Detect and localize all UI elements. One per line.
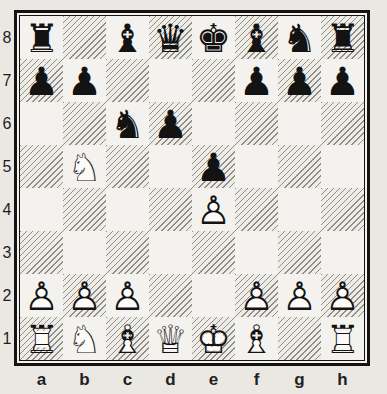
white-pawn-g2: ♟♙ bbox=[278, 274, 321, 317]
square-a7[interactable]: ♟ bbox=[20, 59, 63, 102]
piece-glyph: ♝ bbox=[106, 18, 149, 57]
piece-glyph: ♜ bbox=[20, 18, 63, 57]
piece-glyph: ♙ bbox=[106, 276, 149, 315]
square-h7[interactable]: ♟ bbox=[321, 59, 364, 102]
square-f8[interactable]: ♝ bbox=[235, 16, 278, 59]
rank-label-6: 6 bbox=[0, 102, 14, 145]
square-a2[interactable]: ♟♙ bbox=[20, 274, 63, 317]
square-f3[interactable] bbox=[235, 231, 278, 274]
square-a6[interactable] bbox=[20, 102, 63, 145]
piece-glyph: ♙ bbox=[278, 276, 321, 315]
square-e8[interactable]: ♚ bbox=[192, 16, 235, 59]
black-knight-c6: ♞ bbox=[106, 102, 149, 145]
white-pawn-a2: ♟♙ bbox=[20, 274, 63, 317]
piece-glyph: ♗ bbox=[235, 319, 278, 358]
square-b5[interactable]: ♞♘ bbox=[63, 145, 106, 188]
black-pawn-b7: ♟ bbox=[63, 59, 106, 102]
square-g2[interactable]: ♟♙ bbox=[278, 274, 321, 317]
square-b2[interactable]: ♟♙ bbox=[63, 274, 106, 317]
square-h2[interactable]: ♟♙ bbox=[321, 274, 364, 317]
piece-glyph: ♙ bbox=[235, 276, 278, 315]
square-b8[interactable] bbox=[63, 16, 106, 59]
white-pawn-c2: ♟♙ bbox=[106, 274, 149, 317]
piece-glyph: ♞ bbox=[278, 18, 321, 57]
square-d2[interactable] bbox=[149, 274, 192, 317]
black-knight-g8: ♞ bbox=[278, 16, 321, 59]
square-g3[interactable] bbox=[278, 231, 321, 274]
rank-label-5: 5 bbox=[0, 145, 14, 188]
square-d8[interactable]: ♛ bbox=[149, 16, 192, 59]
file-label-g: g bbox=[278, 369, 321, 391]
black-pawn-d6: ♟ bbox=[149, 102, 192, 145]
piece-glyph: ♖ bbox=[321, 319, 364, 358]
square-g8[interactable]: ♞ bbox=[278, 16, 321, 59]
square-e2[interactable] bbox=[192, 274, 235, 317]
square-c3[interactable] bbox=[106, 231, 149, 274]
square-f2[interactable]: ♟♙ bbox=[235, 274, 278, 317]
file-label-h: h bbox=[321, 369, 364, 391]
square-d3[interactable] bbox=[149, 231, 192, 274]
square-f7[interactable]: ♟ bbox=[235, 59, 278, 102]
square-f5[interactable] bbox=[235, 145, 278, 188]
rank-label-2: 2 bbox=[0, 274, 14, 317]
chess-diagram-page: 87654321 ♜♝♛♚♝♞♜♟♟♟♟♟♞♟♞♘♟♟♙♟♙♟♙♟♙♟♙♟♙♟♙… bbox=[0, 0, 387, 394]
square-h1[interactable]: ♜♖ bbox=[321, 317, 364, 360]
square-d4[interactable] bbox=[149, 188, 192, 231]
piece-glyph: ♙ bbox=[321, 276, 364, 315]
square-h5[interactable] bbox=[321, 145, 364, 188]
square-f4[interactable] bbox=[235, 188, 278, 231]
square-f1[interactable]: ♝♗ bbox=[235, 317, 278, 360]
piece-glyph: ♘ bbox=[63, 147, 106, 186]
square-c8[interactable]: ♝ bbox=[106, 16, 149, 59]
white-bishop-c1: ♝♗ bbox=[106, 317, 149, 360]
file-label-b: b bbox=[63, 369, 106, 391]
piece-glyph: ♜ bbox=[321, 18, 364, 57]
square-h3[interactable] bbox=[321, 231, 364, 274]
square-c1[interactable]: ♝♗ bbox=[106, 317, 149, 360]
piece-glyph: ♟ bbox=[321, 61, 364, 100]
square-h4[interactable] bbox=[321, 188, 364, 231]
white-pawn-f2: ♟♙ bbox=[235, 274, 278, 317]
square-d7[interactable] bbox=[149, 59, 192, 102]
board-inner: ♜♝♛♚♝♞♜♟♟♟♟♟♞♟♞♘♟♟♙♟♙♟♙♟♙♟♙♟♙♟♙♜♖♞♘♝♗♛♕♚… bbox=[19, 15, 365, 361]
piece-glyph: ♟ bbox=[20, 61, 63, 100]
square-a4[interactable] bbox=[20, 188, 63, 231]
square-b6[interactable] bbox=[63, 102, 106, 145]
square-g6[interactable] bbox=[278, 102, 321, 145]
rank-label-4: 4 bbox=[0, 188, 14, 231]
square-h8[interactable]: ♜ bbox=[321, 16, 364, 59]
square-c2[interactable]: ♟♙ bbox=[106, 274, 149, 317]
white-pawn-e4: ♟♙ bbox=[192, 188, 235, 231]
file-label-d: d bbox=[149, 369, 192, 391]
black-pawn-g7: ♟ bbox=[278, 59, 321, 102]
square-g7[interactable]: ♟ bbox=[278, 59, 321, 102]
square-e3[interactable] bbox=[192, 231, 235, 274]
square-e1[interactable]: ♚♔ bbox=[192, 317, 235, 360]
square-b4[interactable] bbox=[63, 188, 106, 231]
square-d1[interactable]: ♛♕ bbox=[149, 317, 192, 360]
rank-label-3: 3 bbox=[0, 231, 14, 274]
piece-glyph: ♟ bbox=[235, 61, 278, 100]
square-b3[interactable] bbox=[63, 231, 106, 274]
square-c4[interactable] bbox=[106, 188, 149, 231]
square-c6[interactable]: ♞ bbox=[106, 102, 149, 145]
board-grid: ♜♝♛♚♝♞♜♟♟♟♟♟♞♟♞♘♟♟♙♟♙♟♙♟♙♟♙♟♙♟♙♜♖♞♘♝♗♛♕♚… bbox=[20, 16, 364, 360]
square-a1[interactable]: ♜♖ bbox=[20, 317, 63, 360]
square-a5[interactable] bbox=[20, 145, 63, 188]
black-rook-h8: ♜ bbox=[321, 16, 364, 59]
piece-glyph: ♝ bbox=[235, 18, 278, 57]
square-b1[interactable]: ♞♘ bbox=[63, 317, 106, 360]
file-label-e: e bbox=[192, 369, 235, 391]
square-e5[interactable]: ♟ bbox=[192, 145, 235, 188]
square-f6[interactable] bbox=[235, 102, 278, 145]
piece-glyph: ♙ bbox=[20, 276, 63, 315]
black-queen-d8: ♛ bbox=[149, 16, 192, 59]
piece-glyph: ♟ bbox=[149, 104, 192, 143]
rank-labels: 87654321 bbox=[0, 16, 14, 360]
black-pawn-a7: ♟ bbox=[20, 59, 63, 102]
square-e4[interactable]: ♟♙ bbox=[192, 188, 235, 231]
piece-glyph: ♖ bbox=[20, 319, 63, 358]
piece-glyph: ♙ bbox=[192, 190, 235, 229]
white-rook-a1: ♜♖ bbox=[20, 317, 63, 360]
white-rook-h1: ♜♖ bbox=[321, 317, 364, 360]
black-bishop-f8: ♝ bbox=[235, 16, 278, 59]
square-b7[interactable]: ♟ bbox=[63, 59, 106, 102]
white-king-e1: ♚♔ bbox=[192, 317, 235, 360]
white-knight-b1: ♞♘ bbox=[63, 317, 106, 360]
square-g5[interactable] bbox=[278, 145, 321, 188]
black-pawn-h7: ♟ bbox=[321, 59, 364, 102]
board-frame: ♜♝♛♚♝♞♜♟♟♟♟♟♞♟♞♘♟♟♙♟♙♟♙♟♙♟♙♟♙♟♙♜♖♞♘♝♗♛♕♚… bbox=[14, 10, 370, 366]
piece-glyph: ♟ bbox=[63, 61, 106, 100]
white-knight-b5: ♞♘ bbox=[63, 145, 106, 188]
piece-glyph: ♟ bbox=[192, 147, 235, 186]
piece-glyph: ♞ bbox=[106, 104, 149, 143]
white-pawn-h2: ♟♙ bbox=[321, 274, 364, 317]
piece-glyph: ♘ bbox=[63, 319, 106, 358]
square-d5[interactable] bbox=[149, 145, 192, 188]
black-pawn-f7: ♟ bbox=[235, 59, 278, 102]
piece-glyph: ♔ bbox=[192, 319, 235, 358]
square-a3[interactable] bbox=[20, 231, 63, 274]
file-label-a: a bbox=[20, 369, 63, 391]
file-label-f: f bbox=[235, 369, 278, 391]
piece-glyph: ♗ bbox=[106, 319, 149, 358]
file-label-c: c bbox=[106, 369, 149, 391]
piece-glyph: ♛ bbox=[149, 18, 192, 57]
white-bishop-f1: ♝♗ bbox=[235, 317, 278, 360]
piece-glyph: ♚ bbox=[192, 18, 235, 57]
square-g4[interactable] bbox=[278, 188, 321, 231]
black-rook-a8: ♜ bbox=[20, 16, 63, 59]
black-bishop-c8: ♝ bbox=[106, 16, 149, 59]
piece-glyph: ♙ bbox=[63, 276, 106, 315]
square-d6[interactable]: ♟ bbox=[149, 102, 192, 145]
rank-label-7: 7 bbox=[0, 59, 14, 102]
file-labels: abcdefgh bbox=[20, 369, 364, 391]
square-a8[interactable]: ♜ bbox=[20, 16, 63, 59]
rank-label-1: 1 bbox=[0, 317, 14, 360]
piece-glyph: ♟ bbox=[278, 61, 321, 100]
square-c5[interactable] bbox=[106, 145, 149, 188]
rank-label-8: 8 bbox=[0, 16, 14, 59]
square-h6[interactable] bbox=[321, 102, 364, 145]
square-e6[interactable] bbox=[192, 102, 235, 145]
square-e7[interactable] bbox=[192, 59, 235, 102]
black-pawn-e5: ♟ bbox=[192, 145, 235, 188]
square-g1[interactable] bbox=[278, 317, 321, 360]
piece-glyph: ♕ bbox=[149, 319, 192, 358]
black-king-e8: ♚ bbox=[192, 16, 235, 59]
white-pawn-b2: ♟♙ bbox=[63, 274, 106, 317]
white-queen-d1: ♛♕ bbox=[149, 317, 192, 360]
square-c7[interactable] bbox=[106, 59, 149, 102]
